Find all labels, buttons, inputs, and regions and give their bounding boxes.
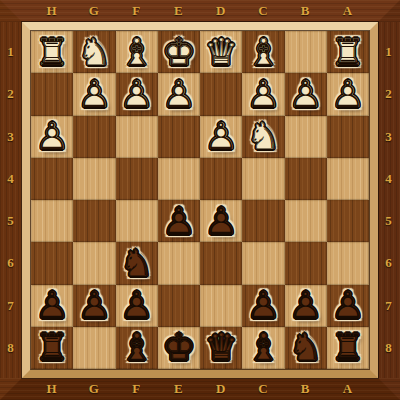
file-label: E: [158, 0, 200, 22]
file-label: B: [285, 0, 327, 22]
square-d2[interactable]: [200, 73, 242, 115]
rank-label: 4: [0, 158, 22, 200]
file-label: H: [31, 0, 73, 22]
square-b8[interactable]: ♞♘: [285, 327, 327, 369]
square-g2[interactable]: ♟♙: [73, 73, 115, 115]
board-border: ♜♖♞♘♝♗♚♔♛♕♝♗♜♖♟♙♟♙♟♙♟♙♟♙♟♙♟♙♟♙♞♘♟♙♟♙♞♘♟♙…: [22, 22, 378, 378]
piece-white-pawn[interactable]: ♟♙: [285, 73, 327, 115]
rank-label: 7: [378, 285, 400, 327]
rank-label: 6: [378, 242, 400, 284]
file-label: A: [327, 0, 369, 22]
piece-black-queen[interactable]: ♛♕: [200, 327, 242, 369]
rank-label: 6: [0, 242, 22, 284]
rank-label: 1: [378, 31, 400, 73]
square-d7[interactable]: [200, 285, 242, 327]
rank-label: 5: [378, 200, 400, 242]
rank-label: 3: [0, 116, 22, 158]
square-c2[interactable]: ♟♙: [242, 73, 284, 115]
square-e7[interactable]: [158, 285, 200, 327]
square-e3[interactable]: [158, 116, 200, 158]
square-d1[interactable]: ♛♕: [200, 31, 242, 73]
file-label: C: [242, 0, 284, 22]
square-e8[interactable]: ♚♔: [158, 327, 200, 369]
square-b2[interactable]: ♟♙: [285, 73, 327, 115]
rank-label: 2: [0, 73, 22, 115]
rank-labels-right: 12345678: [378, 22, 400, 378]
square-e4[interactable]: [158, 158, 200, 200]
piece-white-pawn[interactable]: ♟♙: [116, 73, 158, 115]
file-label: D: [200, 0, 242, 22]
piece-white-knight[interactable]: ♞♘: [242, 116, 284, 158]
square-f7[interactable]: ♟♙: [116, 285, 158, 327]
square-g7[interactable]: ♟♙: [73, 285, 115, 327]
piece-white-rook[interactable]: ♜♖: [327, 31, 369, 73]
piece-black-rook[interactable]: ♜♖: [327, 327, 369, 369]
rank-label: 1: [0, 31, 22, 73]
rank-label: 8: [378, 327, 400, 369]
square-g1[interactable]: ♞♘: [73, 31, 115, 73]
square-a5[interactable]: [327, 200, 369, 242]
piece-black-king[interactable]: ♚♔: [158, 327, 200, 369]
chessboard: ♜♖♞♘♝♗♚♔♛♕♝♗♜♖♟♙♟♙♟♙♟♙♟♙♟♙♟♙♟♙♞♘♟♙♟♙♞♘♟♙…: [0, 0, 400, 400]
piece-black-pawn[interactable]: ♟♙: [285, 285, 327, 327]
square-d3[interactable]: ♟♙: [200, 116, 242, 158]
file-label: C: [242, 378, 284, 400]
file-label: F: [116, 378, 158, 400]
square-b3[interactable]: [285, 116, 327, 158]
file-label: A: [327, 378, 369, 400]
square-h7[interactable]: ♟♙: [31, 285, 73, 327]
piece-black-rook[interactable]: ♜♖: [31, 327, 73, 369]
piece-black-pawn[interactable]: ♟♙: [73, 285, 115, 327]
piece-black-bishop[interactable]: ♝♗: [242, 327, 284, 369]
piece-black-pawn[interactable]: ♟♙: [327, 285, 369, 327]
board-frame: ♜♖♞♘♝♗♚♔♛♕♝♗♜♖♟♙♟♙♟♙♟♙♟♙♟♙♟♙♟♙♞♘♟♙♟♙♞♘♟♙…: [0, 0, 400, 400]
square-d8[interactable]: ♛♕: [200, 327, 242, 369]
rank-label: 5: [0, 200, 22, 242]
square-h4[interactable]: [31, 158, 73, 200]
piece-white-pawn[interactable]: ♟♙: [242, 73, 284, 115]
square-f8[interactable]: ♝♗: [116, 327, 158, 369]
square-f6[interactable]: ♞♘: [116, 242, 158, 284]
piece-white-knight[interactable]: ♞♘: [73, 31, 115, 73]
square-c1[interactable]: ♝♗: [242, 31, 284, 73]
square-c6[interactable]: [242, 242, 284, 284]
square-f1[interactable]: ♝♗: [116, 31, 158, 73]
square-f3[interactable]: [116, 116, 158, 158]
rank-label: 2: [378, 73, 400, 115]
piece-white-bishop[interactable]: ♝♗: [116, 31, 158, 73]
piece-white-pawn[interactable]: ♟♙: [327, 73, 369, 115]
piece-black-pawn[interactable]: ♟♙: [158, 200, 200, 242]
file-labels-bottom: HGFEDCBA: [0, 378, 400, 400]
file-label: F: [116, 0, 158, 22]
piece-white-queen[interactable]: ♛♕: [200, 31, 242, 73]
piece-white-rook[interactable]: ♜♖: [31, 31, 73, 73]
square-h5[interactable]: [31, 200, 73, 242]
square-a8[interactable]: ♜♖: [327, 327, 369, 369]
square-h2[interactable]: [31, 73, 73, 115]
piece-white-pawn[interactable]: ♟♙: [73, 73, 115, 115]
square-g6[interactable]: [73, 242, 115, 284]
square-f2[interactable]: ♟♙: [116, 73, 158, 115]
rank-labels-left: 12345678: [0, 22, 22, 378]
square-h6[interactable]: [31, 242, 73, 284]
square-c3[interactable]: ♞♘: [242, 116, 284, 158]
piece-black-pawn[interactable]: ♟♙: [31, 285, 73, 327]
square-c5[interactable]: [242, 200, 284, 242]
rank-label: 3: [378, 116, 400, 158]
piece-black-pawn[interactable]: ♟♙: [242, 285, 284, 327]
square-e6[interactable]: [158, 242, 200, 284]
square-a4[interactable]: [327, 158, 369, 200]
file-label: G: [73, 0, 115, 22]
piece-black-pawn[interactable]: ♟♙: [200, 200, 242, 242]
square-f4[interactable]: [116, 158, 158, 200]
square-c7[interactable]: ♟♙: [242, 285, 284, 327]
square-e5[interactable]: ♟♙: [158, 200, 200, 242]
square-e1[interactable]: ♚♔: [158, 31, 200, 73]
piece-white-king[interactable]: ♚♔: [158, 31, 200, 73]
square-e2[interactable]: ♟♙: [158, 73, 200, 115]
square-b4[interactable]: [285, 158, 327, 200]
piece-black-bishop[interactable]: ♝♗: [116, 327, 158, 369]
file-label: H: [31, 378, 73, 400]
piece-white-pawn[interactable]: ♟♙: [158, 73, 200, 115]
file-labels-top: HGFEDCBA: [0, 0, 400, 22]
file-label: D: [200, 378, 242, 400]
square-g4[interactable]: [73, 158, 115, 200]
square-a3[interactable]: [327, 116, 369, 158]
square-a1[interactable]: ♜♖: [327, 31, 369, 73]
piece-white-bishop[interactable]: ♝♗: [242, 31, 284, 73]
square-a7[interactable]: ♟♙: [327, 285, 369, 327]
piece-black-pawn[interactable]: ♟♙: [116, 285, 158, 327]
square-g8[interactable]: [73, 327, 115, 369]
square-c4[interactable]: [242, 158, 284, 200]
square-h1[interactable]: ♜♖: [31, 31, 73, 73]
square-h3[interactable]: ♟♙: [31, 116, 73, 158]
square-b7[interactable]: ♟♙: [285, 285, 327, 327]
file-label: B: [285, 378, 327, 400]
square-a2[interactable]: ♟♙: [327, 73, 369, 115]
piece-white-pawn[interactable]: ♟♙: [31, 116, 73, 158]
piece-black-knight[interactable]: ♞♘: [285, 327, 327, 369]
file-label: E: [158, 378, 200, 400]
piece-black-knight[interactable]: ♞♘: [116, 242, 158, 284]
square-c8[interactable]: ♝♗: [242, 327, 284, 369]
square-g5[interactable]: [73, 200, 115, 242]
square-d6[interactable]: [200, 242, 242, 284]
rank-label: 4: [378, 158, 400, 200]
rank-label: 7: [0, 285, 22, 327]
square-b5[interactable]: [285, 200, 327, 242]
square-g3[interactable]: [73, 116, 115, 158]
square-f5[interactable]: [116, 200, 158, 242]
square-a6[interactable]: [327, 242, 369, 284]
square-b1[interactable]: [285, 31, 327, 73]
square-d4[interactable]: [200, 158, 242, 200]
square-b6[interactable]: [285, 242, 327, 284]
rank-label: 8: [0, 327, 22, 369]
square-d5[interactable]: ♟♙: [200, 200, 242, 242]
board-grid: ♜♖♞♘♝♗♚♔♛♕♝♗♜♖♟♙♟♙♟♙♟♙♟♙♟♙♟♙♟♙♞♘♟♙♟♙♞♘♟♙…: [31, 31, 369, 369]
piece-white-pawn[interactable]: ♟♙: [200, 116, 242, 158]
square-h8[interactable]: ♜♖: [31, 327, 73, 369]
file-label: G: [73, 378, 115, 400]
